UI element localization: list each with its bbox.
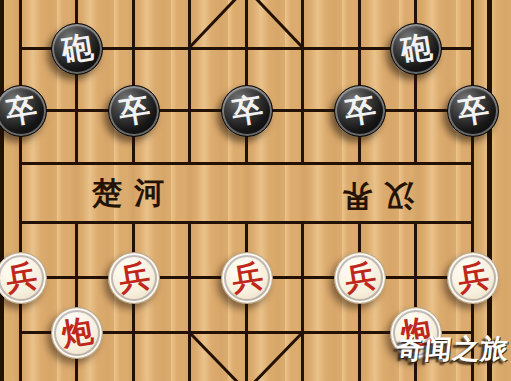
piece-glyph: 卒 — [2, 88, 39, 134]
grid-line-v — [301, 0, 304, 165]
piece-black-soldier[interactable]: 卒 — [221, 85, 273, 137]
piece-red-soldier[interactable]: 兵 — [334, 252, 386, 304]
grid-line-v — [245, 0, 248, 165]
piece-black-soldier[interactable]: 卒 — [334, 85, 386, 137]
xiangqi-board: 楚河 汉界 砲砲卒卒卒卒卒兵兵兵兵兵炮炮 奇闻之旅 — [0, 0, 511, 381]
piece-red-soldier[interactable]: 兵 — [0, 252, 47, 304]
piece-black-soldier[interactable]: 卒 — [0, 85, 47, 137]
piece-glyph: 兵 — [228, 255, 265, 301]
piece-glyph: 兵 — [454, 255, 491, 301]
piece-glyph: 卒 — [341, 88, 378, 134]
board-border-right — [487, 0, 492, 381]
grid-line-v — [358, 0, 361, 165]
watermark-text: 奇闻之旅 — [395, 331, 511, 367]
grid-line-v — [132, 0, 135, 165]
grid-line-v — [471, 0, 474, 381]
piece-black-soldier[interactable]: 卒 — [447, 85, 499, 137]
piece-red-soldier[interactable]: 兵 — [447, 252, 499, 304]
board-border-left — [0, 0, 4, 381]
river-label-hanjie: 汉界 — [330, 180, 414, 212]
grid-line-v — [19, 0, 22, 381]
piece-red-soldier[interactable]: 兵 — [221, 252, 273, 304]
piece-glyph: 砲 — [397, 26, 434, 72]
piece-glyph: 炮 — [58, 310, 95, 356]
piece-glyph: 兵 — [341, 255, 378, 301]
grid-line-v — [301, 221, 304, 381]
piece-glyph: 砲 — [58, 26, 95, 72]
piece-black-cannon[interactable]: 砲 — [390, 23, 442, 75]
piece-black-soldier[interactable]: 卒 — [108, 85, 160, 137]
piece-glyph: 兵 — [115, 255, 152, 301]
river-label-chuhe: 楚河 — [92, 177, 176, 209]
grid-line-v — [188, 0, 191, 165]
piece-glyph: 卒 — [115, 88, 152, 134]
piece-red-cannon[interactable]: 炮 — [51, 307, 103, 359]
piece-glyph: 卒 — [454, 88, 491, 134]
piece-glyph: 卒 — [228, 88, 265, 134]
piece-black-cannon[interactable]: 砲 — [51, 23, 103, 75]
piece-red-soldier[interactable]: 兵 — [108, 252, 160, 304]
piece-glyph: 兵 — [2, 255, 39, 301]
grid-line-v — [188, 221, 191, 381]
